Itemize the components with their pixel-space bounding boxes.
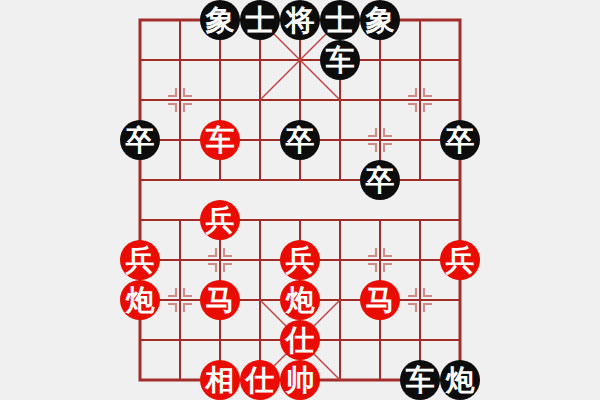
red-advisor-glyph: 仕 <box>246 360 275 400</box>
red-cannon-glyph: 炮 <box>126 280 155 320</box>
piece-red-chariot[interactable]: 车 <box>200 120 240 160</box>
black-soldier-glyph: 卒 <box>446 120 475 160</box>
piece-black-cannon[interactable]: 炮 <box>440 360 480 400</box>
black-chariot-glyph: 车 <box>326 40 355 80</box>
piece-black-general[interactable]: 将 <box>280 0 320 40</box>
piece-black-chariot[interactable]: 车 <box>320 40 360 80</box>
piece-red-cannon[interactable]: 炮 <box>280 280 320 320</box>
piece-black-soldier[interactable]: 卒 <box>120 120 160 160</box>
piece-red-soldier[interactable]: 兵 <box>440 240 480 280</box>
piece-red-advisor[interactable]: 仕 <box>280 320 320 360</box>
red-soldier-glyph: 兵 <box>126 240 155 280</box>
red-general-glyph: 帅 <box>286 360 315 400</box>
piece-red-soldier[interactable]: 兵 <box>280 240 320 280</box>
piece-black-soldier[interactable]: 卒 <box>440 120 480 160</box>
piece-black-advisor[interactable]: 士 <box>320 0 360 40</box>
red-elephant-glyph: 相 <box>206 360 235 400</box>
pieces-layer: 象士将士象车卒卒卒卒车炮车兵兵兵兵炮马炮马仕相仕帅 <box>120 0 480 400</box>
black-cannon-glyph: 炮 <box>446 360 475 400</box>
piece-red-elephant[interactable]: 相 <box>200 360 240 400</box>
piece-red-soldier[interactable]: 兵 <box>120 240 160 280</box>
black-advisor-glyph: 士 <box>246 0 275 40</box>
piece-black-soldier[interactable]: 卒 <box>360 160 400 200</box>
red-advisor-glyph: 仕 <box>286 320 315 360</box>
black-soldier-glyph: 卒 <box>366 160 395 200</box>
xiangqi-screen: 象士将士象车卒卒卒卒车炮车兵兵兵兵炮马炮马仕相仕帅 <box>0 0 600 400</box>
black-general-glyph: 将 <box>286 0 315 40</box>
piece-red-general[interactable]: 帅 <box>280 360 320 400</box>
piece-red-horse[interactable]: 马 <box>200 280 240 320</box>
black-soldier-glyph: 卒 <box>286 120 315 160</box>
red-soldier-glyph: 兵 <box>206 200 235 240</box>
black-elephant-glyph: 象 <box>366 0 395 40</box>
piece-black-advisor[interactable]: 士 <box>240 0 280 40</box>
red-soldier-glyph: 兵 <box>446 240 475 280</box>
piece-red-advisor[interactable]: 仕 <box>240 360 280 400</box>
piece-red-horse[interactable]: 马 <box>360 280 400 320</box>
piece-black-elephant[interactable]: 象 <box>360 0 400 40</box>
black-soldier-glyph: 卒 <box>126 120 155 160</box>
black-elephant-glyph: 象 <box>206 0 235 40</box>
red-soldier-glyph: 兵 <box>286 240 315 280</box>
piece-red-soldier[interactable]: 兵 <box>200 200 240 240</box>
piece-black-chariot[interactable]: 车 <box>400 360 440 400</box>
piece-red-cannon[interactable]: 炮 <box>120 280 160 320</box>
black-chariot-glyph: 车 <box>406 360 435 400</box>
red-cannon-glyph: 炮 <box>286 280 315 320</box>
red-chariot-glyph: 车 <box>206 120 235 160</box>
red-horse-glyph: 马 <box>366 280 395 320</box>
red-horse-glyph: 马 <box>206 280 235 320</box>
black-advisor-glyph: 士 <box>326 0 355 40</box>
piece-black-elephant[interactable]: 象 <box>200 0 240 40</box>
piece-black-soldier[interactable]: 卒 <box>280 120 320 160</box>
